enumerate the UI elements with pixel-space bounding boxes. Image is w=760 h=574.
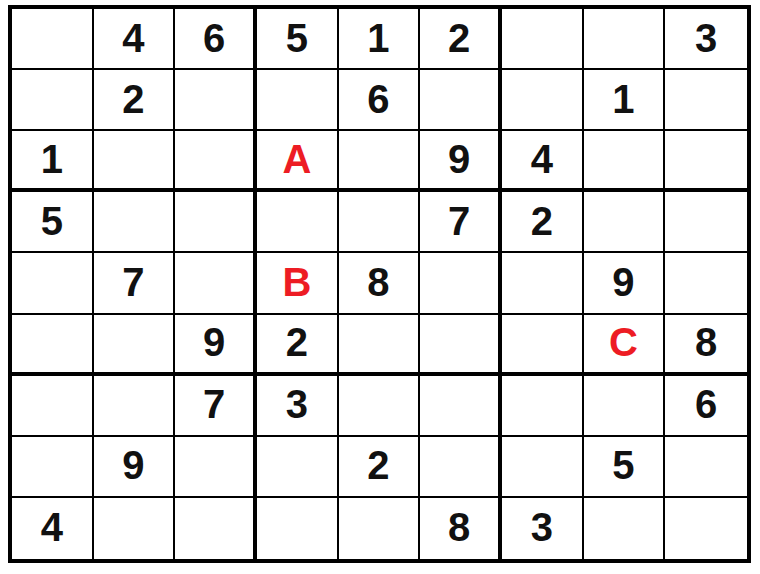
sudoku-cell-r3c6[interactable]: 9 — [420, 131, 502, 192]
sudoku-cell-r6c7[interactable] — [502, 315, 584, 376]
sudoku-cell-r2c9[interactable] — [665, 70, 747, 131]
sudoku-cell-r9c7[interactable]: 3 — [502, 498, 584, 559]
given-digit: 7 — [448, 201, 470, 241]
sudoku-cell-r2c4[interactable] — [257, 70, 339, 131]
sudoku-cell-r4c4[interactable] — [257, 192, 339, 253]
sudoku-cell-r3c4[interactable]: A — [257, 131, 339, 192]
given-digit: 9 — [122, 445, 144, 485]
sudoku-cell-r7c2[interactable] — [94, 376, 176, 437]
given-digit: 7 — [122, 262, 144, 302]
sudoku-cell-r1c8[interactable] — [584, 9, 666, 70]
sudoku-cell-r3c3[interactable] — [175, 131, 257, 192]
given-digit: 4 — [531, 139, 553, 179]
sudoku-cell-r1c3[interactable]: 6 — [175, 9, 257, 70]
sudoku-cell-r2c5[interactable]: 6 — [339, 70, 421, 131]
given-digit: 1 — [367, 18, 389, 58]
given-digit: 4 — [122, 18, 144, 58]
given-digit: 1 — [612, 79, 634, 119]
given-digit: 8 — [448, 507, 470, 547]
sudoku-cell-r7c6[interactable] — [420, 376, 502, 437]
sudoku-cell-r4c2[interactable] — [94, 192, 176, 253]
sudoku-cell-r5c7[interactable] — [502, 253, 584, 314]
given-digit: 2 — [448, 18, 470, 58]
sudoku-cell-r7c9[interactable]: 6 — [665, 376, 747, 437]
sudoku-cell-r7c3[interactable]: 7 — [175, 376, 257, 437]
sudoku-cell-r4c3[interactable] — [175, 192, 257, 253]
label-letter-A: A — [282, 139, 311, 179]
sudoku-cell-r4c8[interactable] — [584, 192, 666, 253]
sudoku-cell-r3c8[interactable] — [584, 131, 666, 192]
sudoku-cell-r2c1[interactable] — [12, 70, 94, 131]
sudoku-cell-r8c7[interactable] — [502, 437, 584, 498]
sudoku-cell-r6c3[interactable]: 9 — [175, 315, 257, 376]
given-digit: 9 — [612, 262, 634, 302]
sudoku-cell-r8c8[interactable]: 5 — [584, 437, 666, 498]
sudoku-cell-r3c5[interactable] — [339, 131, 421, 192]
given-digit: 4 — [41, 507, 63, 547]
sudoku-cell-r9c5[interactable] — [339, 498, 421, 559]
sudoku-cell-r7c8[interactable] — [584, 376, 666, 437]
sudoku-cell-r8c6[interactable] — [420, 437, 502, 498]
sudoku-cell-r9c4[interactable] — [257, 498, 339, 559]
sudoku-cell-r2c8[interactable]: 1 — [584, 70, 666, 131]
sudoku-cell-r4c1[interactable]: 5 — [12, 192, 94, 253]
given-digit: 2 — [286, 322, 308, 362]
given-digit: 8 — [695, 322, 717, 362]
sudoku-cell-r4c6[interactable]: 7 — [420, 192, 502, 253]
sudoku-cell-r9c8[interactable] — [584, 498, 666, 559]
given-digit: 8 — [367, 262, 389, 302]
sudoku-cell-r1c5[interactable]: 1 — [339, 9, 421, 70]
sudoku-cell-r7c1[interactable] — [12, 376, 94, 437]
sudoku-cell-r5c2[interactable]: 7 — [94, 253, 176, 314]
sudoku-cell-r9c6[interactable]: 8 — [420, 498, 502, 559]
sudoku-cell-r4c7[interactable]: 2 — [502, 192, 584, 253]
sudoku-cell-r5c6[interactable] — [420, 253, 502, 314]
sudoku-cell-r5c9[interactable] — [665, 253, 747, 314]
given-digit: 2 — [122, 79, 144, 119]
sudoku-cell-r7c5[interactable] — [339, 376, 421, 437]
sudoku-cell-r1c4[interactable]: 5 — [257, 9, 339, 70]
given-digit: 5 — [612, 445, 634, 485]
sudoku-cell-r4c5[interactable] — [339, 192, 421, 253]
given-digit: 6 — [203, 18, 225, 58]
sudoku-cell-r3c2[interactable] — [94, 131, 176, 192]
sudoku-cell-r6c1[interactable] — [12, 315, 94, 376]
sudoku-cell-r1c6[interactable]: 2 — [420, 9, 502, 70]
given-digit: 6 — [367, 79, 389, 119]
sudoku-cell-r8c4[interactable] — [257, 437, 339, 498]
sudoku-cell-r5c3[interactable] — [175, 253, 257, 314]
given-digit: 3 — [531, 507, 553, 547]
sudoku-board: 4651232611A945727B8992C8736925483 — [8, 5, 751, 563]
sudoku-cell-r5c1[interactable] — [12, 253, 94, 314]
sudoku-cell-r8c3[interactable] — [175, 437, 257, 498]
sudoku-cell-r7c7[interactable] — [502, 376, 584, 437]
given-digit: 6 — [695, 384, 717, 424]
sudoku-cell-r9c9[interactable] — [665, 498, 747, 559]
sudoku-cell-r3c1[interactable]: 1 — [12, 131, 94, 192]
given-digit: 3 — [286, 384, 308, 424]
sudoku-cell-r1c7[interactable] — [502, 9, 584, 70]
sudoku-cell-r2c3[interactable] — [175, 70, 257, 131]
given-digit: 2 — [531, 201, 553, 241]
sudoku-cell-r5c5[interactable]: 8 — [339, 253, 421, 314]
sudoku-cell-r1c9[interactable]: 3 — [665, 9, 747, 70]
sudoku-cell-r6c2[interactable] — [94, 315, 176, 376]
sudoku-cell-r8c5[interactable]: 2 — [339, 437, 421, 498]
sudoku-cell-r6c6[interactable] — [420, 315, 502, 376]
given-digit: 3 — [695, 18, 717, 58]
sudoku-cell-r5c8[interactable]: 9 — [584, 253, 666, 314]
given-digit: 2 — [367, 445, 389, 485]
sudoku-cell-r4c9[interactable] — [665, 192, 747, 253]
sudoku-cell-r6c4[interactable]: 2 — [257, 315, 339, 376]
sudoku-cell-r6c8[interactable]: C — [584, 315, 666, 376]
sudoku-cell-r5c4[interactable]: B — [257, 253, 339, 314]
given-digit: 1 — [41, 139, 63, 179]
sudoku-cell-r3c7[interactable]: 4 — [502, 131, 584, 192]
given-digit: 7 — [203, 384, 225, 424]
sudoku-cell-r9c3[interactable] — [175, 498, 257, 559]
sudoku-cell-r6c5[interactable] — [339, 315, 421, 376]
label-letter-B: B — [282, 262, 311, 302]
given-digit: 9 — [448, 139, 470, 179]
sudoku-cell-r1c1[interactable] — [12, 9, 94, 70]
sudoku-cell-r2c6[interactable] — [420, 70, 502, 131]
sudoku-cell-r8c2[interactable]: 9 — [94, 437, 176, 498]
label-letter-C: C — [609, 322, 638, 362]
sudoku-cell-r9c2[interactable] — [94, 498, 176, 559]
sudoku-cell-r8c1[interactable] — [12, 437, 94, 498]
sudoku-cell-r2c2[interactable]: 2 — [94, 70, 176, 131]
given-digit: 9 — [203, 322, 225, 362]
given-digit: 5 — [286, 18, 308, 58]
sudoku-cell-r8c9[interactable] — [665, 437, 747, 498]
given-digit: 5 — [41, 201, 63, 241]
sudoku-cell-r3c9[interactable] — [665, 131, 747, 192]
sudoku-cell-r6c9[interactable]: 8 — [665, 315, 747, 376]
sudoku-cell-r2c7[interactable] — [502, 70, 584, 131]
sudoku-cell-r1c2[interactable]: 4 — [94, 9, 176, 70]
sudoku-cell-r7c4[interactable]: 3 — [257, 376, 339, 437]
sudoku-page: 4651232611A945727B8992C8736925483 — [0, 0, 760, 574]
sudoku-cell-r9c1[interactable]: 4 — [12, 498, 94, 559]
